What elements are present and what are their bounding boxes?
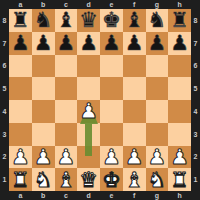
white-pawn-e2[interactable]: ♟ bbox=[102, 146, 121, 168]
file-labels-bottom: abcdefgh bbox=[9, 191, 191, 200]
rank-labels-left: 87654321 bbox=[0, 9, 9, 191]
square-e6[interactable] bbox=[100, 55, 123, 78]
square-b8[interactable]: ♞ bbox=[32, 9, 55, 32]
square-d7[interactable]: ♟ bbox=[77, 32, 100, 55]
black-rook-h8[interactable]: ♜ bbox=[170, 9, 189, 31]
rank-label-4: 4 bbox=[0, 100, 9, 123]
black-pawn-b7[interactable]: ♟ bbox=[34, 32, 53, 54]
square-h4[interactable] bbox=[168, 100, 191, 123]
black-knight-b8[interactable]: ♞ bbox=[34, 9, 53, 31]
square-g2[interactable]: ♟ bbox=[146, 146, 169, 169]
square-f3[interactable] bbox=[123, 123, 146, 146]
square-b5[interactable] bbox=[32, 77, 55, 100]
square-a4[interactable] bbox=[9, 100, 32, 123]
square-b2[interactable]: ♟ bbox=[32, 146, 55, 169]
square-e8[interactable]: ♚ bbox=[100, 9, 123, 32]
square-a1[interactable]: ♜ bbox=[9, 168, 32, 191]
square-c8[interactable]: ♝ bbox=[55, 9, 78, 32]
rank-label-8: 8 bbox=[191, 9, 200, 32]
file-label-a: a bbox=[9, 191, 32, 200]
black-bishop-c8[interactable]: ♝ bbox=[56, 9, 75, 31]
white-pawn-b2[interactable]: ♟ bbox=[34, 146, 53, 168]
square-c7[interactable]: ♟ bbox=[55, 32, 78, 55]
black-knight-g8[interactable]: ♞ bbox=[147, 9, 166, 31]
black-rook-a8[interactable]: ♜ bbox=[11, 9, 30, 31]
square-h6[interactable] bbox=[168, 55, 191, 78]
chess-board-frame: abcdefgh abcdefgh 87654321 87654321 ♜♞♝♛… bbox=[0, 0, 200, 200]
white-knight-g1[interactable]: ♞ bbox=[147, 169, 166, 191]
square-f4[interactable] bbox=[123, 100, 146, 123]
square-a7[interactable]: ♟ bbox=[9, 32, 32, 55]
square-h8[interactable]: ♜ bbox=[168, 9, 191, 32]
black-pawn-c7[interactable]: ♟ bbox=[56, 32, 75, 54]
square-a3[interactable] bbox=[9, 123, 32, 146]
black-pawn-f7[interactable]: ♟ bbox=[125, 32, 144, 54]
rank-labels-right: 87654321 bbox=[191, 9, 200, 191]
square-e3[interactable] bbox=[100, 123, 123, 146]
chess-board[interactable]: ♜♞♝♛♚♝♞♜♟♟♟♟♟♟♟♟♟♟♟♟♟♟♟♟♜♞♝♛♚♝♞♜ bbox=[9, 9, 191, 191]
square-h7[interactable]: ♟ bbox=[168, 32, 191, 55]
rank-label-2: 2 bbox=[191, 146, 200, 169]
square-b3[interactable] bbox=[32, 123, 55, 146]
file-label-g: g bbox=[146, 191, 169, 200]
rank-label-5: 5 bbox=[191, 77, 200, 100]
black-queen-d8[interactable]: ♛ bbox=[79, 9, 98, 31]
white-rook-a1[interactable]: ♜ bbox=[11, 169, 30, 191]
rank-label-6: 6 bbox=[0, 55, 9, 78]
white-pawn-f2[interactable]: ♟ bbox=[125, 146, 144, 168]
square-a2[interactable]: ♟ bbox=[9, 146, 32, 169]
rank-label-8: 8 bbox=[0, 9, 9, 32]
file-label-b: b bbox=[32, 191, 55, 200]
square-e7[interactable]: ♟ bbox=[100, 32, 123, 55]
black-pawn-g7[interactable]: ♟ bbox=[147, 32, 166, 54]
square-a6[interactable] bbox=[9, 55, 32, 78]
file-label-c: c bbox=[55, 191, 78, 200]
square-h1[interactable]: ♜ bbox=[168, 168, 191, 191]
square-f5[interactable] bbox=[123, 77, 146, 100]
square-b4[interactable] bbox=[32, 100, 55, 123]
white-pawn-h2[interactable]: ♟ bbox=[170, 146, 189, 168]
square-c1[interactable]: ♝ bbox=[55, 168, 78, 191]
square-g4[interactable] bbox=[146, 100, 169, 123]
black-king-e8[interactable]: ♚ bbox=[102, 9, 121, 31]
rank-label-7: 7 bbox=[0, 32, 9, 55]
square-e1[interactable]: ♚ bbox=[100, 168, 123, 191]
square-f1[interactable]: ♝ bbox=[123, 168, 146, 191]
square-g3[interactable] bbox=[146, 123, 169, 146]
white-pawn-d4[interactable]: ♟ bbox=[79, 100, 98, 122]
rank-label-3: 3 bbox=[0, 123, 9, 146]
white-bishop-f1[interactable]: ♝ bbox=[125, 169, 144, 191]
square-f7[interactable]: ♟ bbox=[123, 32, 146, 55]
rank-label-3: 3 bbox=[191, 123, 200, 146]
square-a5[interactable] bbox=[9, 77, 32, 100]
square-a8[interactable]: ♜ bbox=[9, 9, 32, 32]
square-e5[interactable] bbox=[100, 77, 123, 100]
square-f8[interactable]: ♝ bbox=[123, 9, 146, 32]
white-rook-h1[interactable]: ♜ bbox=[170, 169, 189, 191]
square-d6[interactable] bbox=[77, 55, 100, 78]
square-g1[interactable]: ♞ bbox=[146, 168, 169, 191]
square-d5[interactable] bbox=[77, 77, 100, 100]
black-bishop-f8[interactable]: ♝ bbox=[125, 9, 144, 31]
square-c5[interactable] bbox=[55, 77, 78, 100]
square-d1[interactable]: ♛ bbox=[77, 168, 100, 191]
square-b6[interactable] bbox=[32, 55, 55, 78]
white-pawn-a2[interactable]: ♟ bbox=[11, 146, 30, 168]
square-e2[interactable]: ♟ bbox=[100, 146, 123, 169]
square-b7[interactable]: ♟ bbox=[32, 32, 55, 55]
square-c6[interactable] bbox=[55, 55, 78, 78]
rank-label-1: 1 bbox=[0, 168, 9, 191]
file-label-h: h bbox=[168, 191, 191, 200]
square-f6[interactable] bbox=[123, 55, 146, 78]
square-h3[interactable] bbox=[168, 123, 191, 146]
square-f2[interactable]: ♟ bbox=[123, 146, 146, 169]
rank-label-5: 5 bbox=[0, 77, 9, 100]
black-pawn-h7[interactable]: ♟ bbox=[170, 32, 189, 54]
square-c3[interactable] bbox=[55, 123, 78, 146]
black-pawn-d7[interactable]: ♟ bbox=[79, 32, 98, 54]
rank-label-6: 6 bbox=[191, 55, 200, 78]
square-d8[interactable]: ♛ bbox=[77, 9, 100, 32]
rank-label-2: 2 bbox=[0, 146, 9, 169]
rank-label-7: 7 bbox=[191, 32, 200, 55]
square-g6[interactable] bbox=[146, 55, 169, 78]
file-label-f: f bbox=[123, 191, 146, 200]
square-h5[interactable] bbox=[168, 77, 191, 100]
file-label-d: d bbox=[77, 191, 100, 200]
rank-label-4: 4 bbox=[191, 100, 200, 123]
square-g7[interactable]: ♟ bbox=[146, 32, 169, 55]
square-c2[interactable]: ♟ bbox=[55, 146, 78, 169]
square-e4[interactable] bbox=[100, 100, 123, 123]
white-king-e1[interactable]: ♚ bbox=[102, 169, 121, 191]
square-c4[interactable] bbox=[55, 100, 78, 123]
white-queen-d1[interactable]: ♛ bbox=[79, 169, 98, 191]
move-arrow-shaft bbox=[85, 124, 92, 156]
rank-label-1: 1 bbox=[191, 168, 200, 191]
square-g8[interactable]: ♞ bbox=[146, 9, 169, 32]
file-label-e: e bbox=[100, 191, 123, 200]
white-bishop-c1[interactable]: ♝ bbox=[56, 169, 75, 191]
white-pawn-c2[interactable]: ♟ bbox=[56, 146, 75, 168]
square-b1[interactable]: ♞ bbox=[32, 168, 55, 191]
square-d4[interactable]: ♟ bbox=[77, 100, 100, 123]
square-h2[interactable]: ♟ bbox=[168, 146, 191, 169]
square-g5[interactable] bbox=[146, 77, 169, 100]
black-pawn-a7[interactable]: ♟ bbox=[11, 32, 30, 54]
black-pawn-e7[interactable]: ♟ bbox=[102, 32, 121, 54]
white-knight-b1[interactable]: ♞ bbox=[34, 169, 53, 191]
white-pawn-g2[interactable]: ♟ bbox=[147, 146, 166, 168]
